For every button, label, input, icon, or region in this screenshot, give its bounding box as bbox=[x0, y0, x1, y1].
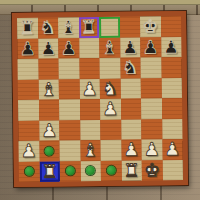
black-knight[interactable]: ♞ bbox=[122, 59, 138, 77]
square-a4[interactable] bbox=[18, 100, 39, 121]
square-e8[interactable] bbox=[99, 17, 120, 38]
square-a2[interactable]: ♟ bbox=[19, 141, 40, 162]
black-rook[interactable]: ♜ bbox=[81, 18, 97, 36]
white-knight[interactable]: ♞ bbox=[102, 80, 118, 98]
square-h4[interactable] bbox=[161, 98, 182, 119]
square-d2[interactable]: ♝ bbox=[80, 140, 101, 161]
square-g1[interactable]: ♚ bbox=[142, 160, 163, 181]
white-pawn[interactable]: ♟ bbox=[123, 141, 139, 159]
square-e7[interactable]: ♝ bbox=[99, 37, 120, 58]
square-g5[interactable] bbox=[141, 78, 162, 99]
square-a1[interactable] bbox=[19, 161, 40, 182]
square-g8[interactable]: ♚ bbox=[140, 16, 161, 37]
white-pawn[interactable]: ♟ bbox=[144, 141, 160, 159]
black-pawn[interactable]: ♟ bbox=[142, 38, 158, 56]
square-h2[interactable]: ♟ bbox=[162, 139, 183, 160]
square-f2[interactable]: ♟ bbox=[121, 139, 142, 160]
white-rook[interactable]: ♜ bbox=[123, 161, 139, 179]
square-h1[interactable] bbox=[162, 159, 183, 180]
square-e4[interactable]: ♟ bbox=[100, 99, 121, 120]
square-e2[interactable] bbox=[101, 140, 122, 161]
square-d7[interactable] bbox=[79, 38, 100, 59]
legal-move-dot[interactable] bbox=[107, 166, 116, 175]
black-pawn[interactable]: ♟ bbox=[122, 38, 138, 56]
square-b2[interactable] bbox=[39, 140, 60, 161]
square-a6[interactable] bbox=[18, 59, 39, 80]
square-a5[interactable] bbox=[18, 79, 39, 100]
legal-move-dot[interactable] bbox=[45, 146, 54, 155]
wood-background: ♜♞♝♜♚♟♟♟♝♟♟♟♞♝♟♞♟♟♟♝♟♟♟♜♜♚ bbox=[0, 0, 200, 200]
square-e6[interactable] bbox=[99, 58, 120, 79]
square-c3[interactable] bbox=[59, 120, 80, 141]
square-a3[interactable] bbox=[18, 120, 39, 141]
square-h5[interactable] bbox=[161, 77, 182, 98]
square-g7[interactable]: ♟ bbox=[140, 37, 161, 58]
square-c7[interactable]: ♟ bbox=[58, 38, 79, 59]
square-g4[interactable] bbox=[141, 98, 162, 119]
black-pawn[interactable]: ♟ bbox=[40, 39, 56, 57]
square-e3[interactable] bbox=[100, 119, 121, 140]
white-pawn[interactable]: ♟ bbox=[164, 140, 180, 158]
black-pawn[interactable]: ♟ bbox=[163, 38, 179, 56]
square-h7[interactable]: ♟ bbox=[161, 37, 182, 58]
square-f6[interactable]: ♞ bbox=[120, 58, 141, 79]
square-c4[interactable] bbox=[59, 99, 80, 120]
white-pawn[interactable]: ♟ bbox=[21, 142, 37, 160]
square-f3[interactable] bbox=[121, 119, 142, 140]
square-b6[interactable] bbox=[38, 59, 59, 80]
board-grid: ♜♞♝♜♚♟♟♟♝♟♟♟♞♝♟♞♟♟♟♝♟♟♟♜♜♚ bbox=[17, 16, 183, 182]
square-b8[interactable]: ♞ bbox=[38, 18, 59, 39]
black-pawn[interactable]: ♟ bbox=[19, 40, 35, 58]
square-b5[interactable]: ♝ bbox=[38, 79, 59, 100]
square-e1[interactable] bbox=[101, 160, 122, 181]
square-g2[interactable]: ♟ bbox=[141, 139, 162, 160]
square-d6[interactable] bbox=[79, 58, 100, 79]
square-b3[interactable]: ♟ bbox=[39, 120, 60, 141]
white-rook[interactable]: ♜ bbox=[41, 162, 57, 180]
black-pawn[interactable]: ♟ bbox=[60, 39, 76, 57]
white-king[interactable]: ♚ bbox=[144, 161, 160, 179]
square-f4[interactable] bbox=[120, 98, 141, 119]
square-e5[interactable]: ♞ bbox=[100, 78, 121, 99]
square-h3[interactable] bbox=[162, 118, 183, 139]
white-pawn[interactable]: ♟ bbox=[41, 121, 57, 139]
square-b4[interactable] bbox=[39, 100, 60, 121]
square-h6[interactable] bbox=[161, 57, 182, 78]
square-c8[interactable]: ♝ bbox=[58, 17, 79, 38]
square-c5[interactable] bbox=[59, 79, 80, 100]
black-knight[interactable]: ♞ bbox=[40, 19, 56, 37]
square-d3[interactable] bbox=[80, 119, 101, 140]
chess-board: ♜♞♝♜♚♟♟♟♝♟♟♟♞♝♟♞♟♟♟♝♟♟♟♜♜♚ bbox=[12, 11, 188, 187]
legal-move-dot[interactable] bbox=[25, 167, 34, 176]
square-d8[interactable]: ♜ bbox=[78, 17, 99, 38]
square-g3[interactable] bbox=[141, 119, 162, 140]
square-b1[interactable]: ♜ bbox=[39, 161, 60, 182]
black-king[interactable]: ♚ bbox=[142, 18, 158, 36]
square-f5[interactable] bbox=[120, 78, 141, 99]
square-c6[interactable] bbox=[59, 58, 80, 79]
legal-move-dot[interactable] bbox=[66, 167, 75, 176]
square-f7[interactable]: ♟ bbox=[120, 37, 141, 58]
legal-move-dot[interactable] bbox=[86, 166, 95, 175]
black-bishop[interactable]: ♝ bbox=[101, 39, 117, 57]
square-c1[interactable] bbox=[60, 161, 81, 182]
black-bishop[interactable]: ♝ bbox=[60, 19, 76, 37]
white-bishop[interactable]: ♝ bbox=[40, 80, 56, 98]
square-a7[interactable]: ♟ bbox=[17, 38, 38, 59]
square-d5[interactable]: ♟ bbox=[79, 79, 100, 100]
black-rook[interactable]: ♜ bbox=[19, 19, 35, 37]
square-c2[interactable] bbox=[60, 140, 81, 161]
square-d4[interactable] bbox=[80, 99, 101, 120]
square-b7[interactable]: ♟ bbox=[38, 38, 59, 59]
white-pawn[interactable]: ♟ bbox=[81, 80, 97, 98]
square-h8[interactable] bbox=[160, 16, 181, 37]
white-bishop[interactable]: ♝ bbox=[82, 141, 98, 159]
square-f1[interactable]: ♜ bbox=[121, 160, 142, 181]
white-pawn[interactable]: ♟ bbox=[102, 100, 118, 118]
square-g6[interactable] bbox=[140, 57, 161, 78]
square-a8[interactable]: ♜ bbox=[17, 18, 38, 39]
square-d1[interactable] bbox=[80, 160, 101, 181]
square-f8[interactable] bbox=[119, 17, 140, 38]
